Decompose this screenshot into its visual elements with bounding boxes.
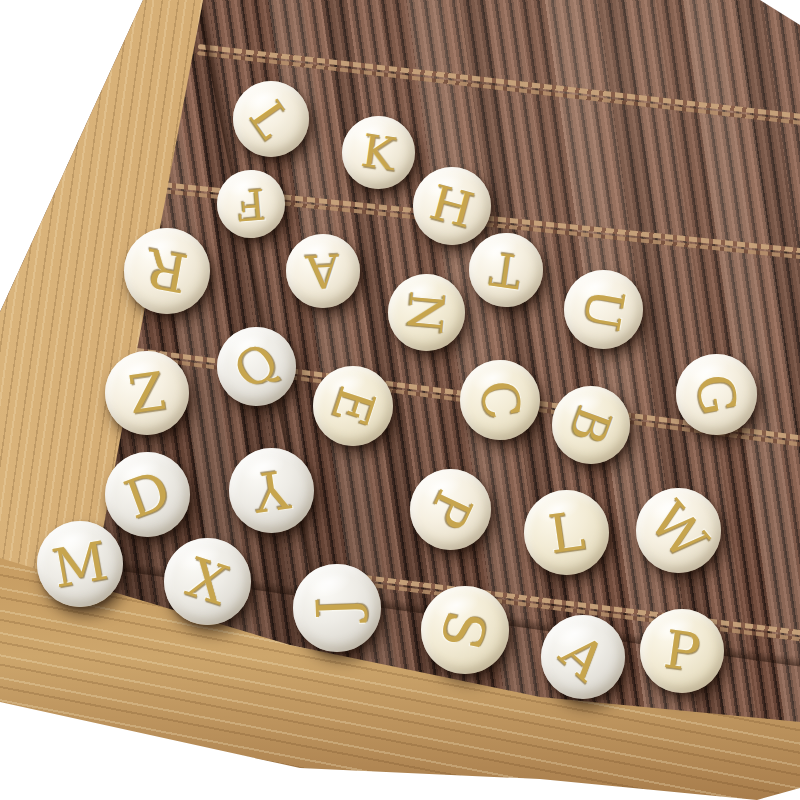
bead-U[interactable]: U — [564, 270, 643, 349]
bead-letter: P — [635, 604, 730, 699]
bead-P[interactable]: P — [410, 469, 491, 550]
bead-letter: B — [541, 375, 641, 475]
bead-letter: C — [454, 354, 547, 447]
bead-letter: R — [117, 221, 217, 321]
bead-R[interactable]: R — [124, 228, 210, 314]
bead-letter: L — [218, 66, 324, 172]
bead-K[interactable]: K — [342, 116, 415, 189]
bead-letter: U — [557, 263, 649, 355]
bead-letter: J — [291, 562, 382, 653]
bead-letter: S — [413, 578, 517, 682]
bead-Z[interactable]: Z — [105, 351, 189, 435]
bead-L[interactable]: L — [524, 490, 609, 575]
letter-beads-photo: LKFHRATNUQZECGBDYPLWMXJSAP — [0, 0, 800, 800]
bead-letter: T — [464, 228, 548, 312]
bead-letter: A — [524, 598, 643, 717]
bead-P[interactable]: P — [640, 609, 724, 693]
bead-letter: P — [396, 455, 504, 563]
bead-letter: G — [669, 347, 763, 441]
bead-letter: W — [618, 470, 738, 590]
bead-X[interactable]: X — [164, 538, 251, 625]
bead-G[interactable]: G — [676, 354, 757, 435]
bead-letter: Z — [100, 346, 195, 441]
bead-E[interactable]: E — [313, 366, 393, 446]
bead-F[interactable]: F — [217, 170, 285, 238]
bead-letter: N — [384, 270, 467, 353]
bead-N[interactable]: N — [388, 274, 465, 351]
bead-letter: L — [518, 484, 614, 580]
bead-T[interactable]: T — [469, 233, 543, 307]
bead-letter: A — [284, 232, 362, 310]
bead-Q[interactable]: Q — [217, 327, 296, 406]
bead-J[interactable]: J — [293, 564, 381, 652]
bead-D[interactable]: D — [105, 452, 190, 537]
bead-letter: E — [303, 356, 404, 457]
bead-letter: F — [214, 167, 288, 241]
bead-M[interactable]: M — [37, 521, 123, 607]
bead-A[interactable]: A — [286, 234, 360, 308]
bead-S[interactable]: S — [421, 586, 509, 674]
bead-letter: Y — [223, 442, 319, 538]
beads-layer: LKFHRATNUQZECGBDYPLWMXJSAP — [0, 0, 800, 800]
bead-letter: Q — [201, 311, 311, 421]
bead-C[interactable]: C — [460, 360, 540, 440]
bead-letter: K — [337, 111, 419, 193]
bead-L[interactable]: L — [233, 81, 309, 157]
bead-W[interactable]: W — [636, 488, 721, 573]
bead-A[interactable]: A — [541, 615, 625, 699]
bead-B[interactable]: B — [552, 386, 630, 464]
bead-Y[interactable]: Y — [229, 448, 314, 533]
bead-letter: M — [30, 514, 130, 614]
bead-letter: X — [152, 526, 262, 636]
